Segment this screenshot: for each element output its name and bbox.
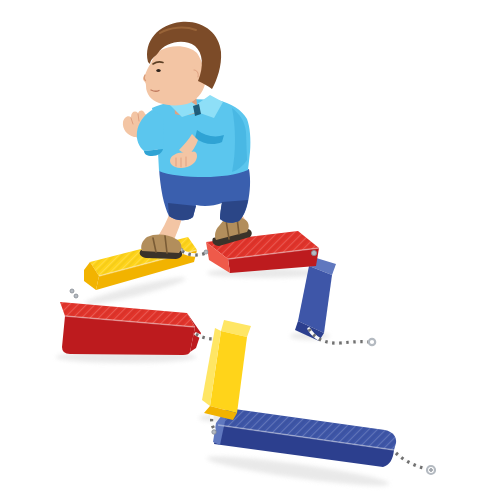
boy [123,22,252,259]
rope-blue-bottom [396,453,435,474]
beam-red-left [60,302,201,355]
clip-link [212,430,216,434]
clip-link [70,289,74,293]
sandal-upper [141,235,181,253]
product-photo [0,0,500,500]
rope [396,453,423,468]
front-sandal [140,235,182,259]
eye [156,69,160,72]
beam-yellow-center [202,320,251,420]
clip-link [74,294,78,298]
balance-beam-scene [0,0,500,500]
shorts-front-cuff [168,203,196,220]
rope-end-clip-core [430,469,433,472]
clip-link [204,250,208,254]
clip-yellow-red [70,289,78,298]
rope-end-clip [369,339,375,345]
clip-red-blue [311,250,316,255]
